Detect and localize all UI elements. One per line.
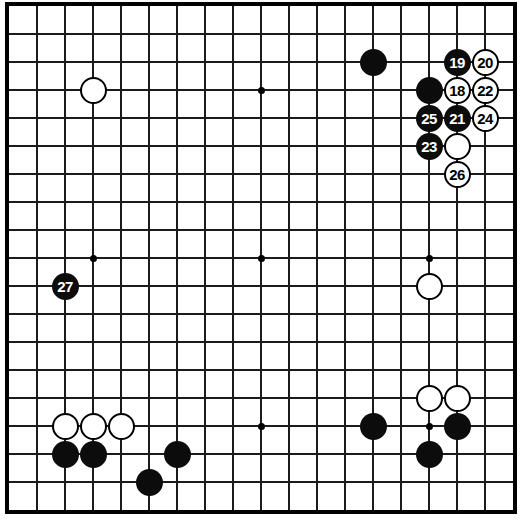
grid-line bbox=[344, 6, 346, 510]
stone-D4[interactable] bbox=[80, 413, 107, 440]
grid-line bbox=[316, 6, 318, 510]
star-point bbox=[258, 87, 265, 94]
stone-R16[interactable]: 18 bbox=[444, 77, 471, 104]
stone-R5[interactable] bbox=[444, 385, 471, 412]
stone-E4[interactable] bbox=[108, 413, 135, 440]
stone-O17[interactable] bbox=[360, 49, 387, 76]
grid-line bbox=[9, 341, 513, 343]
stone-D3[interactable] bbox=[80, 441, 107, 468]
stone-F2[interactable] bbox=[136, 469, 163, 496]
move-number-label: 24 bbox=[477, 111, 493, 126]
stone-C9[interactable]: 27 bbox=[52, 273, 79, 300]
move-number-label: 20 bbox=[477, 55, 493, 70]
stone-R4[interactable] bbox=[444, 413, 471, 440]
move-number-label: 23 bbox=[421, 139, 437, 154]
move-number-label: 26 bbox=[449, 167, 465, 182]
move-number-label: 21 bbox=[449, 111, 465, 126]
stone-Q16[interactable] bbox=[416, 77, 443, 104]
stone-Q9[interactable] bbox=[416, 273, 443, 300]
stone-R17[interactable]: 19 bbox=[444, 49, 471, 76]
stone-D16[interactable] bbox=[80, 77, 107, 104]
grid-line bbox=[9, 313, 513, 315]
stone-Q14[interactable]: 23 bbox=[416, 133, 443, 160]
stone-Q5[interactable] bbox=[416, 385, 443, 412]
star-point bbox=[90, 255, 97, 262]
star-point bbox=[426, 423, 433, 430]
grid-line bbox=[400, 6, 402, 510]
stone-R15[interactable]: 21 bbox=[444, 105, 471, 132]
stone-S15[interactable]: 24 bbox=[472, 105, 499, 132]
stone-R14[interactable] bbox=[444, 133, 471, 160]
stone-O4[interactable] bbox=[360, 413, 387, 440]
move-number-label: 27 bbox=[57, 279, 73, 294]
stone-R13[interactable]: 26 bbox=[444, 161, 471, 188]
star-point bbox=[258, 423, 265, 430]
star-point bbox=[258, 255, 265, 262]
grid-line bbox=[9, 369, 513, 371]
grid-line bbox=[9, 481, 513, 483]
stone-C4[interactable] bbox=[52, 413, 79, 440]
stone-Q15[interactable]: 25 bbox=[416, 105, 443, 132]
move-number-label: 19 bbox=[449, 55, 465, 70]
go-board[interactable]: 19201822252124232627 bbox=[5, 2, 517, 514]
go-diagram-page: 19201822252124232627 bbox=[0, 0, 530, 521]
star-point bbox=[426, 255, 433, 262]
stone-S16[interactable]: 22 bbox=[472, 77, 499, 104]
stone-S17[interactable]: 20 bbox=[472, 49, 499, 76]
move-number-label: 25 bbox=[421, 111, 437, 126]
move-number-label: 22 bbox=[477, 83, 493, 98]
stone-G3[interactable] bbox=[164, 441, 191, 468]
move-number-label: 18 bbox=[449, 83, 465, 98]
stone-C3[interactable] bbox=[52, 441, 79, 468]
stone-Q3[interactable] bbox=[416, 441, 443, 468]
grid-line bbox=[288, 6, 290, 510]
